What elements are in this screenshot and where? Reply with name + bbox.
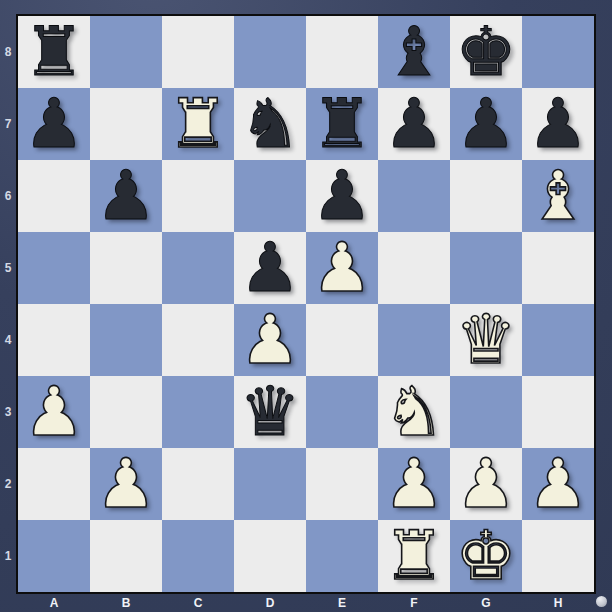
square-a4[interactable] [18,304,90,376]
square-b5[interactable] [90,232,162,304]
rank-label-4: 4 [0,304,16,376]
square-c2[interactable] [162,448,234,520]
square-b1[interactable] [90,520,162,592]
square-a5[interactable] [18,232,90,304]
square-h2[interactable]: ♟︎ [522,448,594,520]
piece-white-king[interactable]: ♚︎ [456,520,517,592]
square-h4[interactable] [522,304,594,376]
square-d2[interactable] [234,448,306,520]
square-e6[interactable]: ♟︎ [306,160,378,232]
piece-black-queen[interactable]: ♛︎ [240,376,301,448]
square-c3[interactable] [162,376,234,448]
piece-white-queen[interactable]: ♛︎ [456,304,517,376]
piece-black-pawn[interactable]: ♟︎ [456,88,517,160]
piece-black-pawn[interactable]: ♟︎ [240,232,301,304]
square-f7[interactable]: ♟︎ [378,88,450,160]
square-b3[interactable] [90,376,162,448]
square-d6[interactable] [234,160,306,232]
square-a7[interactable]: ♟︎ [18,88,90,160]
piece-white-pawn[interactable]: ♟︎ [384,448,445,520]
piece-black-pawn[interactable]: ♟︎ [384,88,445,160]
file-labels: ABCDEFGH [18,594,594,612]
file-label-d: D [234,594,306,612]
square-f8[interactable]: ♝︎ [378,16,450,88]
square-f6[interactable] [378,160,450,232]
square-e1[interactable] [306,520,378,592]
square-e5[interactable]: ♟︎ [306,232,378,304]
square-h5[interactable] [522,232,594,304]
square-d7[interactable]: ♞︎ [234,88,306,160]
square-f1[interactable]: ♜︎ [378,520,450,592]
square-f5[interactable] [378,232,450,304]
square-f3[interactable]: ♞︎ [378,376,450,448]
square-h3[interactable] [522,376,594,448]
file-label-f: F [378,594,450,612]
piece-white-pawn[interactable]: ♟︎ [24,376,85,448]
file-label-c: C [162,594,234,612]
file-label-h: H [522,594,594,612]
piece-black-bishop[interactable]: ♝︎ [384,16,445,88]
square-b7[interactable] [90,88,162,160]
rank-label-2: 2 [0,448,16,520]
square-a8[interactable]: ♜︎ [18,16,90,88]
piece-white-knight[interactable]: ♞︎ [384,376,445,448]
square-a2[interactable] [18,448,90,520]
square-b6[interactable]: ♟︎ [90,160,162,232]
square-a3[interactable]: ♟︎ [18,376,90,448]
piece-white-pawn[interactable]: ♟︎ [312,232,373,304]
file-label-b: B [90,594,162,612]
square-h1[interactable] [522,520,594,592]
square-g5[interactable] [450,232,522,304]
square-a6[interactable] [18,160,90,232]
square-g4[interactable]: ♛︎ [450,304,522,376]
piece-black-rook[interactable]: ♜︎ [24,16,85,88]
square-e2[interactable] [306,448,378,520]
piece-black-pawn[interactable]: ♟︎ [24,88,85,160]
piece-black-rook[interactable]: ♜︎ [312,88,373,160]
square-g2[interactable]: ♟︎ [450,448,522,520]
rank-label-5: 5 [0,232,16,304]
piece-black-pawn[interactable]: ♟︎ [528,88,589,160]
square-a1[interactable] [18,520,90,592]
square-h6[interactable]: ♝︎ [522,160,594,232]
piece-white-pawn[interactable]: ♟︎ [528,448,589,520]
square-d5[interactable]: ♟︎ [234,232,306,304]
piece-white-rook[interactable]: ♜︎ [168,88,229,160]
piece-white-bishop[interactable]: ♝︎ [528,160,589,232]
square-c5[interactable] [162,232,234,304]
square-d1[interactable] [234,520,306,592]
piece-black-king[interactable]: ♚︎ [456,16,517,88]
square-e4[interactable] [306,304,378,376]
piece-black-pawn[interactable]: ♟︎ [96,160,157,232]
piece-white-pawn[interactable]: ♟︎ [96,448,157,520]
rank-label-7: 7 [0,88,16,160]
square-g7[interactable]: ♟︎ [450,88,522,160]
chess-board-grid: ♜︎♝︎♚︎♟︎♜︎♞︎♜︎♟︎♟︎♟︎♟︎♟︎♝︎♟︎♟︎♟︎♛︎♟︎♛︎♞︎… [18,16,594,592]
square-g1[interactable]: ♚︎ [450,520,522,592]
rank-labels: 87654321 [0,16,16,592]
corner-dot [596,596,607,607]
rank-label-8: 8 [0,16,16,88]
square-e3[interactable] [306,376,378,448]
piece-white-pawn[interactable]: ♟︎ [456,448,517,520]
square-b8[interactable] [90,16,162,88]
square-f2[interactable]: ♟︎ [378,448,450,520]
rank-label-1: 1 [0,520,16,592]
square-g6[interactable] [450,160,522,232]
piece-white-pawn[interactable]: ♟︎ [240,304,301,376]
square-c8[interactable] [162,16,234,88]
square-d8[interactable] [234,16,306,88]
square-c6[interactable] [162,160,234,232]
square-d3[interactable]: ♛︎ [234,376,306,448]
square-b2[interactable]: ♟︎ [90,448,162,520]
square-f4[interactable] [378,304,450,376]
piece-black-knight[interactable]: ♞︎ [240,88,301,160]
square-b4[interactable] [90,304,162,376]
square-c4[interactable] [162,304,234,376]
piece-black-pawn[interactable]: ♟︎ [312,160,373,232]
square-g3[interactable] [450,376,522,448]
square-d4[interactable]: ♟︎ [234,304,306,376]
square-e7[interactable]: ♜︎ [306,88,378,160]
chess-board: ♜︎♝︎♚︎♟︎♜︎♞︎♜︎♟︎♟︎♟︎♟︎♟︎♝︎♟︎♟︎♟︎♛︎♟︎♛︎♞︎… [16,14,596,594]
square-c7[interactable]: ♜︎ [162,88,234,160]
square-h8[interactable] [522,16,594,88]
piece-white-rook[interactable]: ♜︎ [384,520,445,592]
file-label-g: G [450,594,522,612]
square-g8[interactable]: ♚︎ [450,16,522,88]
square-e8[interactable] [306,16,378,88]
square-h7[interactable]: ♟︎ [522,88,594,160]
rank-label-6: 6 [0,160,16,232]
file-label-a: A [18,594,90,612]
file-label-e: E [306,594,378,612]
square-c1[interactable] [162,520,234,592]
rank-label-3: 3 [0,376,16,448]
